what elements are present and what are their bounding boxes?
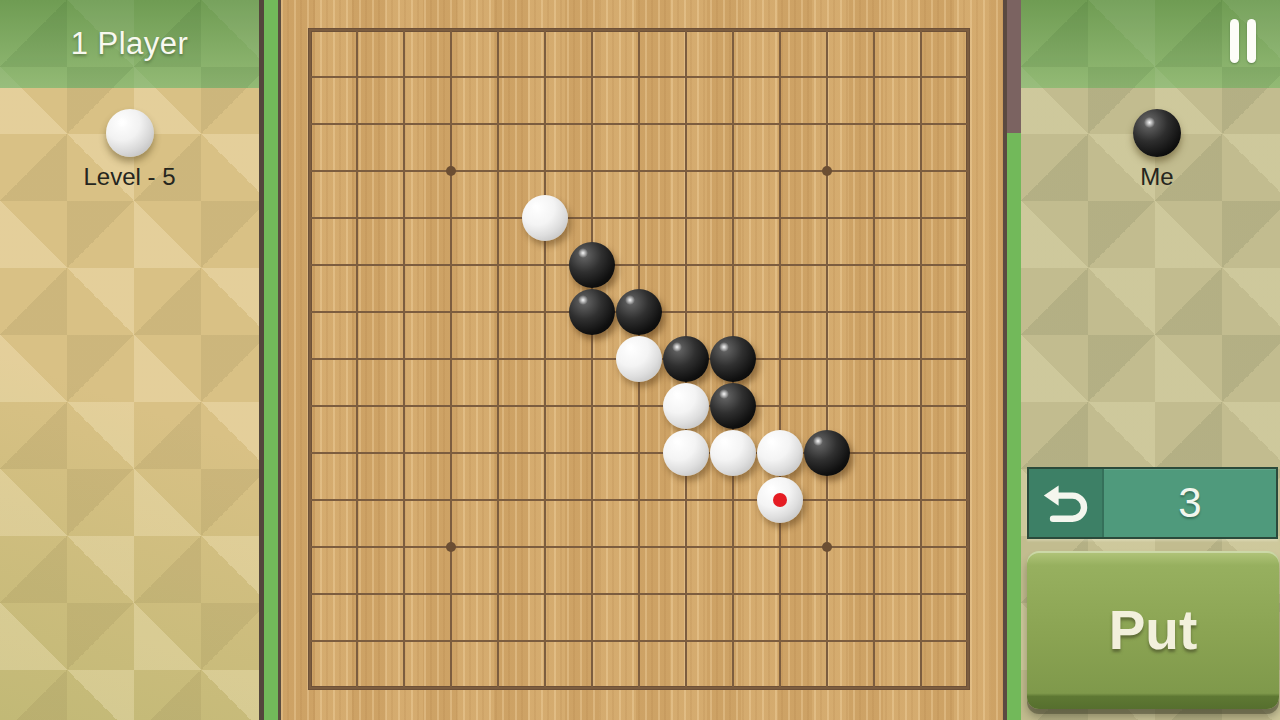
undo-icon-cell[interactable] [1029,469,1104,537]
stone-highlight [672,436,682,446]
cpu-level-label: Level - 5 [0,163,259,191]
star-point [446,166,456,176]
stone-highlight [719,389,729,399]
stone-highlight [672,342,682,352]
stone-white [522,195,568,241]
stone-black [569,242,615,288]
pause-button[interactable] [1220,14,1266,68]
stone-highlight [672,389,682,399]
stone-highlight [578,248,588,258]
gomoku-game-screen: 1 Player Level - 5 Me 3 Put [0,0,1280,720]
star-point [822,166,832,176]
stone-black [663,336,709,382]
stone-white [616,336,662,382]
undo-button[interactable]: 3 [1027,467,1278,539]
stone-highlight [719,342,729,352]
stone-black [616,289,662,335]
stone-white-last-move [757,477,803,523]
stone-highlight [625,342,635,352]
stone-highlight [625,295,635,305]
stone-highlight [117,117,128,128]
stone-highlight [766,436,776,446]
star-point [822,542,832,552]
game-mode-title: 1 Player [71,26,189,62]
left-panel-header: 1 Player [0,0,259,88]
right-timer-bar [1007,0,1021,720]
undo-arrow-icon [1042,482,1090,524]
pause-icon [1230,19,1239,63]
stone-black [710,383,756,429]
stone-highlight [813,436,823,446]
stone-white [663,383,709,429]
stone-highlight [578,295,588,305]
stone-highlight [719,436,729,446]
left-player-panel: 1 Player Level - 5 [0,0,259,720]
stone-highlight [531,201,541,211]
stone-white [710,430,756,476]
stone-black [710,336,756,382]
black-stone-preview [1133,109,1181,157]
undo-count: 3 [1104,479,1276,527]
stone-black [569,289,615,335]
pause-icon [1247,19,1256,63]
put-button-label: Put [1109,598,1198,662]
white-stone-preview [106,109,154,157]
stone-highlight [1144,117,1155,128]
stone-white [757,430,803,476]
left-timer-bar [264,0,278,720]
gomoku-board[interactable] [281,0,1003,720]
last-move-marker [773,493,787,507]
star-point [446,542,456,552]
stone-white [663,430,709,476]
right-player-panel: Me 3 Put [1021,0,1280,720]
put-button[interactable]: Put [1027,551,1279,709]
stone-highlight [766,483,776,493]
me-label: Me [1057,163,1257,191]
stone-black [804,430,850,476]
